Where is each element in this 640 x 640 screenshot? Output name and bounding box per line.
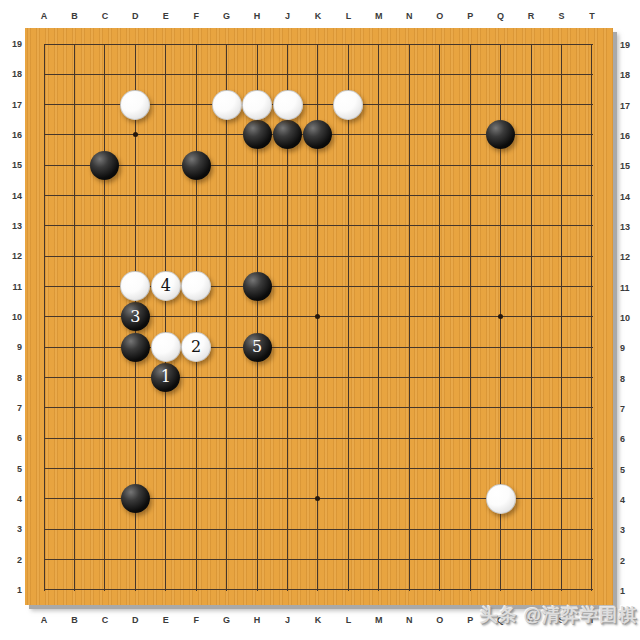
coord-label-col: D (125, 614, 145, 626)
coord-label-col: F (186, 10, 206, 22)
board-cell (211, 89, 241, 119)
coord-label-row: 18 (620, 69, 640, 81)
coord-label-col: L (338, 10, 358, 22)
move-number: 5 (252, 339, 262, 355)
coord-label-col: P (460, 10, 480, 22)
coord-label-row: 2 (620, 555, 640, 567)
stone-black-j16 (273, 120, 302, 149)
coord-label-row: 14 (620, 191, 640, 203)
stone-white-e9 (151, 332, 181, 362)
board-cell (242, 120, 272, 150)
coord-label-col: B (64, 614, 84, 626)
stone-black-q16 (486, 120, 515, 149)
coord-label-row: 7 (4, 402, 22, 414)
coord-label-col: H (247, 614, 267, 626)
board-cell: 1 (151, 362, 181, 392)
coord-label-col: H (247, 10, 267, 22)
coord-label-col: E (156, 614, 176, 626)
coord-label-col: A (34, 614, 54, 626)
coord-label-row: 12 (4, 250, 22, 262)
watermark: 头条 @清弈学围棋 (317, 603, 637, 627)
stone-black-d9 (121, 333, 150, 362)
coord-label-col: N (399, 10, 419, 22)
board-cell (272, 89, 302, 119)
board-cell (151, 332, 181, 362)
coord-label-col: T (582, 10, 602, 22)
board-cell: 3 (120, 302, 150, 332)
stone-black-d10: 3 (121, 302, 150, 331)
coord-label-col: A (34, 10, 54, 22)
coord-label-row: 3 (620, 524, 640, 536)
stone-black-h11 (243, 272, 272, 301)
coord-label-col: B (64, 10, 84, 22)
coord-label-row: 16 (4, 129, 22, 141)
stone-white-g17 (212, 90, 242, 120)
coord-label-row: 9 (620, 342, 640, 354)
coord-label-row: 8 (620, 373, 640, 385)
coord-label-row: 19 (4, 38, 22, 50)
stone-black-c15 (90, 151, 119, 180)
coord-label-col: Q (491, 10, 511, 22)
coord-label-col: G (217, 614, 237, 626)
coord-label-row: 6 (4, 432, 22, 444)
stone-white-q4 (486, 484, 516, 514)
stone-white-f9: 2 (181, 332, 211, 362)
coord-label-row: 1 (4, 584, 22, 596)
coord-label-row: 1 (620, 585, 640, 597)
coord-label-row: 5 (620, 464, 640, 476)
move-number: 4 (161, 278, 171, 294)
coord-label-col: D (125, 10, 145, 22)
coord-label-row: 5 (4, 463, 22, 475)
board-cell: 4 (151, 271, 181, 301)
coord-label-row: 15 (4, 159, 22, 171)
stone-black-h9: 5 (243, 333, 272, 362)
go-diagram: 31542 ABCDEFGHJKLMNOPQRST ABCDEFGHJKLMNO… (0, 0, 640, 640)
coord-label-row: 4 (4, 493, 22, 505)
stone-white-l17 (333, 90, 363, 120)
board-cell (272, 120, 302, 150)
go-board: 31542 (25, 28, 613, 605)
stone-black-k16 (303, 120, 332, 149)
coord-label-col: R (521, 10, 541, 22)
stone-white-j17 (273, 90, 303, 120)
stone-white-f11 (181, 271, 211, 301)
coord-label-row: 17 (620, 100, 640, 112)
board-cell: 5 (242, 332, 272, 362)
coord-label-row: 11 (4, 281, 22, 293)
board-cell (120, 271, 150, 301)
move-number: 3 (130, 309, 140, 325)
board-cell (485, 120, 515, 150)
coord-label-row: 17 (4, 99, 22, 111)
coord-label-row: 15 (620, 160, 640, 172)
stone-grid: 31542 (29, 29, 607, 605)
stone-black-e8: 1 (151, 363, 180, 392)
coord-label-row: 14 (4, 190, 22, 202)
stone-black-f15 (182, 151, 211, 180)
move-number: 2 (191, 339, 201, 355)
board-cell (485, 484, 515, 514)
coord-label-row: 13 (4, 220, 22, 232)
coord-label-row: 6 (620, 433, 640, 445)
coord-label-row: 8 (4, 372, 22, 384)
stone-white-e11: 4 (151, 271, 181, 301)
coord-label-row: 10 (4, 311, 22, 323)
coord-label-row: 19 (620, 39, 640, 51)
stone-black-h16 (243, 120, 272, 149)
coord-label-col: O (430, 10, 450, 22)
stone-white-h17 (242, 90, 272, 120)
coord-label-col: J (278, 10, 298, 22)
board-cell (242, 89, 272, 119)
coord-label-row: 11 (620, 282, 640, 294)
board-cell (333, 89, 363, 119)
coord-label-col: C (95, 614, 115, 626)
stone-white-d11 (120, 271, 150, 301)
stone-white-d17 (120, 90, 150, 120)
board-cell (303, 120, 333, 150)
coord-label-row: 2 (4, 554, 22, 566)
board-cell: 2 (181, 332, 211, 362)
coord-label-row: 3 (4, 523, 22, 535)
move-number: 1 (161, 369, 171, 385)
coord-label-row: 13 (620, 221, 640, 233)
board-cell (181, 271, 211, 301)
coord-label-row: 4 (620, 494, 640, 506)
board-cell (120, 332, 150, 362)
board-cell (120, 484, 150, 514)
coord-label-row: 7 (620, 403, 640, 415)
board-cell (90, 150, 120, 180)
coord-label-col: F (186, 614, 206, 626)
board-cell (181, 150, 211, 180)
coord-label-col: S (551, 10, 571, 22)
board-cell (120, 89, 150, 119)
coord-label-col: M (369, 10, 389, 22)
coord-label-col: E (156, 10, 176, 22)
coord-label-col: C (95, 10, 115, 22)
coord-label-col: K (308, 10, 328, 22)
board-cell (242, 271, 272, 301)
coord-label-col: G (217, 10, 237, 22)
coord-label-row: 16 (620, 130, 640, 142)
coord-label-row: 9 (4, 341, 22, 353)
coord-label-row: 18 (4, 68, 22, 80)
stone-black-d4 (121, 484, 150, 513)
coord-label-col: J (278, 614, 298, 626)
coord-label-row: 10 (620, 312, 640, 324)
coord-label-row: 12 (620, 251, 640, 263)
